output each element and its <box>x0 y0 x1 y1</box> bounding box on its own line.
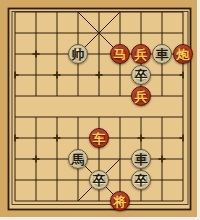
red-soldier[interactable]: 兵 <box>131 86 151 106</box>
ivory-general[interactable]: 帅 <box>68 44 88 64</box>
ivory-chariot-glyph: 車 <box>135 152 148 165</box>
ivory-soldier-glyph: 卒 <box>135 68 148 81</box>
xiangqi-board[interactable]: 帅马兵車炮卒兵车馬車卒卒将 <box>0 0 200 220</box>
red-chariot-glyph: 车 <box>93 131 106 144</box>
ivory-soldier[interactable]: 卒 <box>131 65 151 85</box>
red-horse-glyph: 马 <box>114 47 127 60</box>
red-soldier[interactable]: 兵 <box>131 44 151 64</box>
ivory-soldier[interactable]: 卒 <box>131 170 151 190</box>
red-chariot[interactable]: 车 <box>89 128 109 148</box>
ivory-horse-glyph: 馬 <box>72 152 85 165</box>
red-soldier-glyph: 兵 <box>135 89 148 102</box>
red-horse[interactable]: 马 <box>110 44 130 64</box>
red-general[interactable]: 将 <box>110 191 130 211</box>
ivory-chariot-glyph: 車 <box>156 47 169 60</box>
ivory-general-glyph: 帅 <box>72 47 85 60</box>
red-soldier-glyph: 兵 <box>135 47 148 60</box>
red-cannon[interactable]: 炮 <box>173 44 193 64</box>
piece-layer: 帅马兵車炮卒兵车馬車卒卒将 <box>5 2 194 212</box>
ivory-horse[interactable]: 馬 <box>68 149 88 169</box>
ivory-soldier[interactable]: 卒 <box>89 170 109 190</box>
ivory-soldier-glyph: 卒 <box>93 173 106 186</box>
window-edge-right <box>197 0 200 220</box>
red-general-glyph: 将 <box>114 194 127 207</box>
red-cannon-glyph: 炮 <box>177 47 190 60</box>
ivory-chariot[interactable]: 車 <box>152 44 172 64</box>
ivory-chariot[interactable]: 車 <box>131 149 151 169</box>
window-edge-bottom <box>0 217 200 220</box>
ivory-soldier-glyph: 卒 <box>135 173 148 186</box>
